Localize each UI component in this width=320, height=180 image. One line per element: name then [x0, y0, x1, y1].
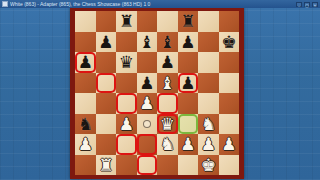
square-a6[interactable]: ♟ — [75, 52, 96, 73]
white-bishop-e5: ♝ — [160, 73, 175, 94]
square-c7[interactable] — [116, 32, 137, 53]
square-b7[interactable]: ♟ — [96, 32, 117, 53]
square-e4[interactable] — [157, 93, 178, 114]
square-c2[interactable] — [116, 134, 137, 155]
white-pawn-g2: ♟ — [201, 134, 216, 155]
white-king-g1: ♚ — [201, 155, 216, 176]
square-a8[interactable] — [75, 11, 96, 32]
close-button[interactable]: ✕ — [312, 2, 318, 7]
titlebar: White (863) - Adapter (865), the Chess S… — [0, 0, 320, 8]
square-e5[interactable]: ♝ — [157, 73, 178, 94]
square-e8[interactable] — [157, 11, 178, 32]
black-knight-a3: ♞ — [78, 114, 93, 135]
square-d2[interactable] — [137, 134, 158, 155]
square-e3[interactable]: ♛ — [157, 114, 178, 135]
square-h4[interactable] — [219, 93, 240, 114]
black-queen-c6: ♛ — [119, 52, 134, 73]
square-c6[interactable]: ♛ — [116, 52, 137, 73]
square-b1[interactable]: ♜ — [96, 155, 117, 176]
square-h7[interactable]: ♚ — [219, 32, 240, 53]
square-c8[interactable]: ♜ — [116, 11, 137, 32]
app-window: White (863) - Adapter (865), the Chess S… — [0, 0, 320, 180]
white-rook-b1: ♜ — [98, 155, 113, 176]
black-king-h7: ♚ — [221, 32, 236, 53]
square-f8[interactable]: ♜ — [178, 11, 199, 32]
square-h1[interactable] — [219, 155, 240, 176]
square-g7[interactable] — [198, 32, 219, 53]
square-b2[interactable] — [96, 134, 117, 155]
square-d6[interactable] — [137, 52, 158, 73]
app-icon — [2, 1, 8, 7]
square-g8[interactable] — [198, 11, 219, 32]
square-c5[interactable] — [116, 73, 137, 94]
square-d4[interactable]: ♟ — [137, 93, 158, 114]
white-pawn-a2: ♟ — [78, 134, 93, 155]
square-d5[interactable]: ♟ — [137, 73, 158, 94]
square-h6[interactable] — [219, 52, 240, 73]
white-pawn-f2: ♟ — [180, 134, 195, 155]
black-rook-f8: ♜ — [180, 11, 195, 32]
white-queen-e3: ♛ — [160, 114, 175, 135]
black-pawn-d5: ♟ — [139, 73, 154, 94]
black-pawn-f7: ♟ — [180, 32, 195, 53]
square-d7[interactable]: ♝ — [137, 32, 158, 53]
square-c4[interactable] — [116, 93, 137, 114]
square-c1[interactable] — [116, 155, 137, 176]
square-g5[interactable] — [198, 73, 219, 94]
square-h8[interactable] — [219, 11, 240, 32]
square-c3[interactable]: ♟ — [116, 114, 137, 135]
square-d8[interactable] — [137, 11, 158, 32]
chess-board: ♜♜♟♝♝♟♚♟♛♟♟♝♟♟♞♟♛♞♟♞♟♟♟♜♚ — [70, 7, 244, 179]
square-g1[interactable]: ♚ — [198, 155, 219, 176]
square-e6[interactable]: ♟ — [157, 52, 178, 73]
square-a4[interactable] — [75, 93, 96, 114]
square-b5[interactable] — [96, 73, 117, 94]
square-a2[interactable]: ♟ — [75, 134, 96, 155]
square-f7[interactable]: ♟ — [178, 32, 199, 53]
square-a5[interactable] — [75, 73, 96, 94]
window-title: White (863) - Adapter (865), the Chess S… — [10, 0, 292, 8]
square-d1[interactable] — [137, 155, 158, 176]
square-f5[interactable]: ♟ — [178, 73, 199, 94]
square-f1[interactable] — [178, 155, 199, 176]
square-b8[interactable] — [96, 11, 117, 32]
square-h3[interactable] — [219, 114, 240, 135]
white-knight-g3: ♞ — [201, 114, 216, 135]
board-grid: ♜♜♟♝♝♟♚♟♛♟♟♝♟♟♞♟♛♞♟♞♟♟♟♜♚ — [75, 11, 239, 175]
square-b4[interactable] — [96, 93, 117, 114]
square-d3[interactable] — [137, 114, 158, 135]
black-pawn-b7: ♟ — [98, 32, 113, 53]
square-f2[interactable]: ♟ — [178, 134, 199, 155]
square-a3[interactable]: ♞ — [75, 114, 96, 135]
square-f4[interactable] — [178, 93, 199, 114]
square-g2[interactable]: ♟ — [198, 134, 219, 155]
square-g6[interactable] — [198, 52, 219, 73]
minimize-button[interactable]: – — [296, 2, 302, 7]
maximize-button[interactable]: ▢ — [304, 2, 310, 7]
square-e2[interactable]: ♞ — [157, 134, 178, 155]
black-pawn-e6: ♟ — [160, 52, 175, 73]
square-a7[interactable] — [75, 32, 96, 53]
square-h5[interactable] — [219, 73, 240, 94]
white-pawn-h2: ♟ — [221, 134, 236, 155]
square-h2[interactable]: ♟ — [219, 134, 240, 155]
black-bishop-e7: ♝ — [160, 32, 175, 53]
white-knight-e2: ♞ — [160, 134, 175, 155]
square-g4[interactable] — [198, 93, 219, 114]
square-e1[interactable] — [157, 155, 178, 176]
square-b6[interactable] — [96, 52, 117, 73]
white-pawn-d4: ♟ — [139, 93, 154, 114]
black-pawn-a6: ♟ — [78, 52, 93, 73]
black-rook-c8: ♜ — [119, 11, 134, 32]
white-pawn-c3: ♟ — [119, 114, 134, 135]
square-a1[interactable] — [75, 155, 96, 176]
square-f6[interactable] — [178, 52, 199, 73]
square-g3[interactable]: ♞ — [198, 114, 219, 135]
square-b3[interactable] — [96, 114, 117, 135]
black-bishop-d7: ♝ — [139, 32, 154, 53]
window-controls: – ▢ ✕ — [296, 2, 318, 7]
square-f3[interactable] — [178, 114, 199, 135]
black-pawn-f5: ♟ — [180, 73, 195, 94]
square-e7[interactable]: ♝ — [157, 32, 178, 53]
